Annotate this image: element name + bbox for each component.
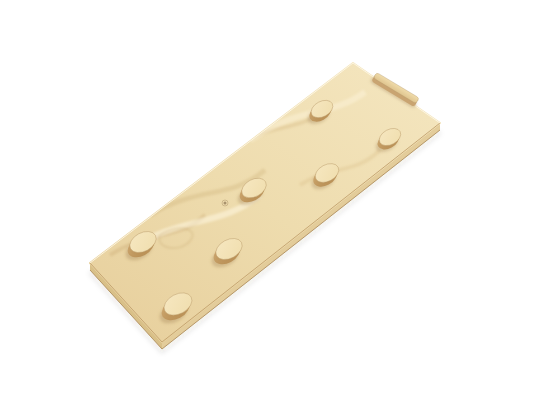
board-top-face [90,63,440,342]
peg-board-photo [0,0,550,412]
knot-speck [224,202,227,205]
product-photo-stage [0,0,550,412]
